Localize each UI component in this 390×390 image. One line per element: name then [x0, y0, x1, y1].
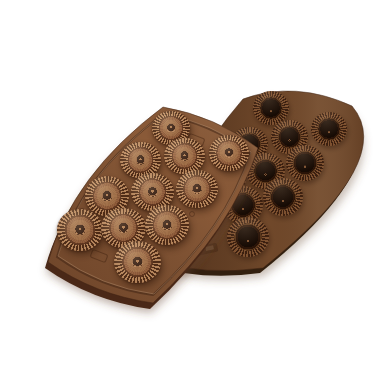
crown-dome	[114, 241, 161, 283]
crown-dome	[57, 209, 103, 250]
crown-dome	[145, 205, 189, 245]
crown-dome	[209, 135, 249, 171]
crown-dome	[176, 170, 218, 208]
product-photo	[0, 0, 390, 390]
front-domes-layer	[0, 0, 390, 390]
crown-dome	[164, 138, 205, 175]
